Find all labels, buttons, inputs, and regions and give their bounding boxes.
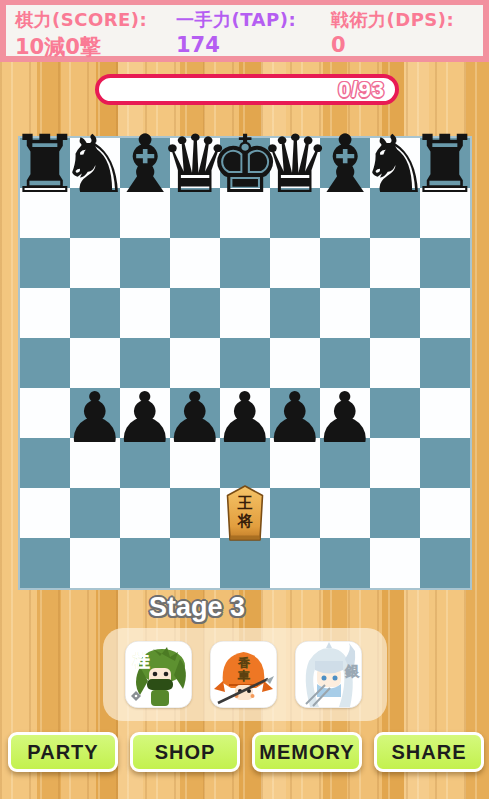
- dps-label: 戦術力(DPS):: [331, 8, 454, 32]
- board-square[interactable]: [120, 288, 170, 338]
- board[interactable]: ♜♞♝♛♚♛♝♞♜♟♟♟♟♟♟ 王 将: [20, 138, 470, 588]
- svg-text:将: 将: [237, 512, 253, 530]
- board-square[interactable]: [320, 488, 370, 538]
- board-square[interactable]: [370, 538, 420, 588]
- board-square[interactable]: [20, 488, 70, 538]
- dps-value: 0: [331, 33, 454, 57]
- svg-text:桂: 桂: [132, 650, 151, 670]
- board-square[interactable]: [370, 488, 420, 538]
- chess-piece-rook: ♜: [409, 125, 481, 205]
- board-square[interactable]: ♟: [220, 388, 270, 438]
- board-square[interactable]: [320, 238, 370, 288]
- party-member-katsura-icon[interactable]: 桂: [125, 641, 192, 708]
- party-member-gin-icon[interactable]: 銀: [295, 641, 362, 708]
- board-square[interactable]: [420, 388, 470, 438]
- share-button[interactable]: SHARE: [374, 732, 484, 772]
- board-square[interactable]: [420, 438, 470, 488]
- party-member-kyosha-icon[interactable]: 香 車: [210, 641, 277, 708]
- svg-text:車: 車: [237, 669, 250, 683]
- board-square[interactable]: [70, 488, 120, 538]
- tap-value: 174: [176, 33, 296, 57]
- board-square[interactable]: [270, 538, 320, 588]
- board-square[interactable]: [170, 238, 220, 288]
- board-square[interactable]: [270, 288, 320, 338]
- tap-stat: 一手力(TAP): 174: [176, 8, 296, 57]
- board-square[interactable]: [420, 488, 470, 538]
- board-square[interactable]: [20, 238, 70, 288]
- svg-text:王: 王: [237, 494, 253, 512]
- board-square[interactable]: [370, 288, 420, 338]
- stage-progress-bar: 0/93: [95, 74, 399, 105]
- board-square[interactable]: [370, 388, 420, 438]
- board-square[interactable]: [170, 288, 220, 338]
- board-square[interactable]: [420, 288, 470, 338]
- board-square[interactable]: [370, 438, 420, 488]
- board-square[interactable]: [20, 538, 70, 588]
- board-square[interactable]: [320, 288, 370, 338]
- party-panel: 桂 香 車: [103, 628, 387, 721]
- board-square[interactable]: [70, 288, 120, 338]
- board-square[interactable]: [20, 288, 70, 338]
- board-square[interactable]: [370, 338, 420, 388]
- progress-count: 0/93: [338, 77, 385, 103]
- svg-text:銀: 銀: [344, 663, 360, 679]
- shop-button[interactable]: SHOP: [130, 732, 240, 772]
- tap-label: 一手力(TAP):: [176, 8, 296, 32]
- board-square[interactable]: [220, 538, 270, 588]
- board-square[interactable]: [170, 488, 220, 538]
- board-square[interactable]: [20, 338, 70, 388]
- board-square[interactable]: [220, 238, 270, 288]
- score-stat: 棋力(SCORE): 10減0撃: [15, 8, 147, 61]
- board-square[interactable]: [420, 338, 470, 388]
- board-square[interactable]: ♟: [170, 388, 220, 438]
- score-value: 10減0撃: [15, 33, 147, 61]
- board-square[interactable]: [320, 538, 370, 588]
- board-square[interactable]: ♟: [70, 388, 120, 438]
- board-square[interactable]: [370, 238, 420, 288]
- board-square[interactable]: [420, 238, 470, 288]
- game-screen: 棋力(SCORE): 10減0撃 一手力(TAP): 174 戦術力(DPS):…: [0, 0, 489, 799]
- stage-label: Stage 3: [149, 592, 245, 623]
- board-square[interactable]: ♟: [120, 388, 170, 438]
- board-square[interactable]: [20, 438, 70, 488]
- board-square[interactable]: [270, 488, 320, 538]
- board-square[interactable]: ♟: [320, 388, 370, 438]
- board-square[interactable]: [120, 538, 170, 588]
- chess-piece-pawn: ♟: [314, 383, 377, 453]
- board-square[interactable]: [20, 388, 70, 438]
- board-square[interactable]: ♟: [270, 388, 320, 438]
- stats-header: 棋力(SCORE): 10減0撃 一手力(TAP): 174 戦術力(DPS):…: [0, 0, 489, 62]
- board-square[interactable]: [70, 238, 120, 288]
- board-square[interactable]: [270, 238, 320, 288]
- board-square[interactable]: [120, 488, 170, 538]
- board-square[interactable]: [70, 538, 120, 588]
- board-square[interactable]: [120, 238, 170, 288]
- board-square[interactable]: ♜: [420, 138, 470, 188]
- dps-stat: 戦術力(DPS): 0: [331, 8, 454, 57]
- party-button[interactable]: PARTY: [8, 732, 118, 772]
- svg-text:香: 香: [237, 656, 251, 670]
- board-square[interactable]: [220, 288, 270, 338]
- memory-button[interactable]: MEMORY: [252, 732, 362, 772]
- shogi-king-piece: 王 将: [222, 485, 268, 541]
- board-square[interactable]: [420, 538, 470, 588]
- board-square[interactable]: [170, 538, 220, 588]
- board-square[interactable]: 王 将: [220, 488, 270, 538]
- score-label: 棋力(SCORE):: [15, 8, 147, 32]
